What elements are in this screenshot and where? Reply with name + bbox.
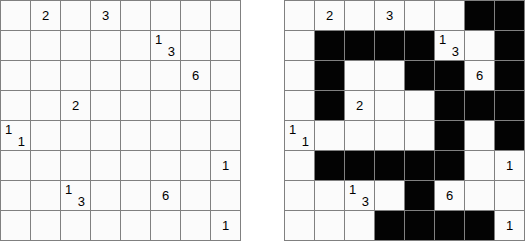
solution-cell-r7c3 — [375, 211, 405, 241]
solution-cell-r0c1: 2 — [315, 1, 345, 31]
solution-cell-r3c2: 2 — [345, 91, 375, 121]
clue-value: 1 — [222, 159, 229, 172]
puzzle-cell-r1c0[interactable] — [1, 31, 31, 61]
clue-value: 1 — [439, 33, 446, 46]
clue-value: 3 — [78, 195, 85, 208]
solution-cell-r5c7: 1 — [495, 151, 525, 181]
puzzle-cell-r3c5[interactable] — [151, 91, 181, 121]
solution-cell-r2c3 — [375, 61, 405, 91]
solution-cell-r1c1 — [315, 31, 345, 61]
solution-cell-r6c6 — [465, 181, 495, 211]
puzzle-cell-r1c2[interactable] — [61, 31, 91, 61]
puzzle-cell-r3c6[interactable] — [181, 91, 211, 121]
clue-value: 3 — [102, 9, 109, 22]
puzzle-cell-r2c7[interactable] — [211, 61, 241, 91]
solution-cell-r5c3 — [375, 151, 405, 181]
clue-value: 1 — [302, 135, 309, 148]
solution-cell-r3c0 — [285, 91, 315, 121]
solution-cell-r7c2 — [345, 211, 375, 241]
solution-cell-r0c4 — [405, 1, 435, 31]
solution-cell-r3c4 — [405, 91, 435, 121]
solution-cell-r5c4 — [405, 151, 435, 181]
solution-cell-r3c7 — [495, 91, 525, 121]
puzzle-cell-r7c0[interactable] — [1, 211, 31, 241]
solution-cell-r0c0 — [285, 1, 315, 31]
puzzle-board: 2313621111361 — [0, 0, 241, 241]
solution-cell-r1c5: 13 — [435, 31, 465, 61]
clue-value: 6 — [446, 189, 453, 202]
puzzle-cell-r0c5[interactable] — [151, 1, 181, 31]
solution-cell-r5c6 — [465, 151, 495, 181]
solution-cell-r1c0 — [285, 31, 315, 61]
puzzle-cell-r0c6[interactable] — [181, 1, 211, 31]
solution-cell-r6c4 — [405, 181, 435, 211]
puzzle-cell-r6c2[interactable]: 13 — [61, 181, 91, 211]
puzzle-cell-r4c6[interactable] — [181, 121, 211, 151]
puzzle-cell-r3c3[interactable] — [91, 91, 121, 121]
solution-cell-r5c0 — [285, 151, 315, 181]
solution-cell-r6c7 — [495, 181, 525, 211]
puzzle-cell-r1c5[interactable]: 13 — [151, 31, 181, 61]
solution-board: 2313621111361 — [284, 0, 525, 241]
solution-cell-r2c0 — [285, 61, 315, 91]
puzzle-cell-r2c4[interactable] — [121, 61, 151, 91]
puzzle-cell-r0c1[interactable]: 2 — [31, 1, 61, 31]
puzzle-cell-r2c1[interactable] — [31, 61, 61, 91]
puzzle-cell-r1c3[interactable] — [91, 31, 121, 61]
puzzle-cell-r5c6[interactable] — [181, 151, 211, 181]
clue-value: 2 — [356, 99, 363, 112]
solution-cell-r1c7 — [495, 31, 525, 61]
puzzle-cell-r5c0[interactable] — [1, 151, 31, 181]
solution-cell-r5c1 — [315, 151, 345, 181]
puzzle-cell-r2c0[interactable] — [1, 61, 31, 91]
puzzle-cell-r3c7[interactable] — [211, 91, 241, 121]
solution-cell-r0c2 — [345, 1, 375, 31]
puzzle-cell-r4c2[interactable] — [61, 121, 91, 151]
puzzle-cell-r6c1[interactable] — [31, 181, 61, 211]
solution-cell-r2c2 — [345, 61, 375, 91]
puzzle-cell-r6c0[interactable] — [1, 181, 31, 211]
puzzle-cell-r5c4[interactable] — [121, 151, 151, 181]
clue-value: 6 — [476, 69, 483, 82]
puzzle-cell-r3c2[interactable]: 2 — [61, 91, 91, 121]
solution-cell-r4c1 — [315, 121, 345, 151]
clue-value: 1 — [349, 183, 356, 196]
solution-cell-r2c1 — [315, 61, 345, 91]
solution-cell-r4c3 — [375, 121, 405, 151]
puzzle-cell-r3c4[interactable] — [121, 91, 151, 121]
solution-cell-r4c4 — [405, 121, 435, 151]
puzzle-cell-r6c3[interactable] — [91, 181, 121, 211]
clue-value: 1 — [222, 219, 229, 232]
solution-cell-r0c5 — [435, 1, 465, 31]
clue-value: 1 — [5, 123, 12, 136]
puzzle-cell-r2c6[interactable]: 6 — [181, 61, 211, 91]
solution-cell-r2c6: 6 — [465, 61, 495, 91]
puzzle-cell-r7c4[interactable] — [121, 211, 151, 241]
solution-cell-r4c0: 11 — [285, 121, 315, 151]
puzzle-cell-r1c7[interactable] — [211, 31, 241, 61]
puzzle-cell-r1c1[interactable] — [31, 31, 61, 61]
solution-cell-r2c5 — [435, 61, 465, 91]
solution-cell-r6c2: 13 — [345, 181, 375, 211]
solution-cell-r7c0 — [285, 211, 315, 241]
solution-cell-r6c1 — [315, 181, 345, 211]
solution-cell-r7c5 — [435, 211, 465, 241]
clue-value: 1 — [289, 123, 296, 136]
puzzle-cell-r5c5[interactable] — [151, 151, 181, 181]
puzzle-cell-r0c2[interactable] — [61, 1, 91, 31]
puzzle-cell-r3c1[interactable] — [31, 91, 61, 121]
puzzle-cell-r1c4[interactable] — [121, 31, 151, 61]
solution-cell-r3c6 — [465, 91, 495, 121]
clue-value: 6 — [192, 69, 199, 82]
tapa-boards: 2313621111361 2313621111361 — [0, 0, 525, 241]
clue-value: 1 — [155, 33, 162, 46]
solution-cell-r0c6 — [465, 1, 495, 31]
puzzle-cell-r0c4[interactable] — [121, 1, 151, 31]
puzzle-cell-r7c3[interactable] — [91, 211, 121, 241]
solution-cell-r6c3 — [375, 181, 405, 211]
clue-value: 2 — [72, 99, 79, 112]
solution-cell-r7c1 — [315, 211, 345, 241]
solution-cell-r3c1 — [315, 91, 345, 121]
solution-cell-r7c7: 1 — [495, 211, 525, 241]
clue-value: 1 — [506, 219, 513, 232]
puzzle-cell-r7c1[interactable] — [31, 211, 61, 241]
clue-value: 3 — [168, 45, 175, 58]
puzzle-cell-r4c7[interactable] — [211, 121, 241, 151]
solution-cell-r6c5: 6 — [435, 181, 465, 211]
puzzle-cell-r6c4[interactable] — [121, 181, 151, 211]
clue-value: 1 — [506, 159, 513, 172]
solution-cell-r5c5 — [435, 151, 465, 181]
puzzle-cell-r4c3[interactable] — [91, 121, 121, 151]
puzzle-cell-r1c6[interactable] — [181, 31, 211, 61]
puzzle-cell-r2c3[interactable] — [91, 61, 121, 91]
puzzle-cell-r2c5[interactable] — [151, 61, 181, 91]
puzzle-cell-r3c0[interactable] — [1, 91, 31, 121]
clue-value: 1 — [18, 135, 25, 148]
puzzle-cell-r0c0[interactable] — [1, 1, 31, 31]
solution-cell-r0c3: 3 — [375, 1, 405, 31]
solution-cell-r4c6 — [465, 121, 495, 151]
puzzle-cell-r7c2[interactable] — [61, 211, 91, 241]
clue-value: 2 — [42, 9, 49, 22]
solution-cell-r3c3 — [375, 91, 405, 121]
solution-cell-r4c2 — [345, 121, 375, 151]
solution-cell-r1c6 — [465, 31, 495, 61]
puzzle-cell-r6c5[interactable]: 6 — [151, 181, 181, 211]
puzzle-cell-r0c7[interactable] — [211, 1, 241, 31]
puzzle-cell-r4c4[interactable] — [121, 121, 151, 151]
puzzle-cell-r4c1[interactable] — [31, 121, 61, 151]
clue-value: 3 — [452, 45, 459, 58]
solution-cell-r1c2 — [345, 31, 375, 61]
clue-value: 3 — [362, 195, 369, 208]
solution-cell-r3c5 — [435, 91, 465, 121]
solution-cell-r1c3 — [375, 31, 405, 61]
solution-cell-r0c7 — [495, 1, 525, 31]
solution-cell-r2c4 — [405, 61, 435, 91]
puzzle-cell-r0c3[interactable]: 3 — [91, 1, 121, 31]
clue-value: 3 — [386, 9, 393, 22]
puzzle-cell-r5c2[interactable] — [61, 151, 91, 181]
solution-cell-r2c7 — [495, 61, 525, 91]
solution-cell-r4c7 — [495, 121, 525, 151]
solution-cell-r6c0 — [285, 181, 315, 211]
puzzle-cell-r5c7[interactable]: 1 — [211, 151, 241, 181]
clue-value: 1 — [65, 183, 72, 196]
clue-value: 2 — [326, 9, 333, 22]
solution-cell-r7c6 — [465, 211, 495, 241]
puzzle-cell-r7c6[interactable] — [181, 211, 211, 241]
solution-cell-r5c2 — [345, 151, 375, 181]
solution-cell-r7c4 — [405, 211, 435, 241]
puzzle-cell-r7c7[interactable]: 1 — [211, 211, 241, 241]
clue-value: 6 — [162, 189, 169, 202]
puzzle-cell-r4c5[interactable] — [151, 121, 181, 151]
puzzle-cell-r5c1[interactable] — [31, 151, 61, 181]
puzzle-cell-r6c6[interactable] — [181, 181, 211, 211]
puzzle-cell-r4c0[interactable]: 11 — [1, 121, 31, 151]
solution-cell-r1c4 — [405, 31, 435, 61]
puzzle-cell-r2c2[interactable] — [61, 61, 91, 91]
puzzle-cell-r5c3[interactable] — [91, 151, 121, 181]
puzzle-cell-r7c5[interactable] — [151, 211, 181, 241]
solution-cell-r4c5 — [435, 121, 465, 151]
puzzle-cell-r6c7[interactable] — [211, 181, 241, 211]
